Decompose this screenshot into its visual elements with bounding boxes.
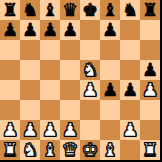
square-g7[interactable] [120,20,140,40]
square-d4[interactable] [60,80,80,100]
piece-white-pawn[interactable]: ♟ [82,80,98,100]
square-b5[interactable] [20,60,40,80]
piece-black-bishop[interactable]: ♝ [102,0,118,20]
square-f1[interactable]: ♝ [100,140,120,160]
square-e4[interactable]: ♟ [80,80,100,100]
square-d6[interactable] [60,40,80,60]
square-a4[interactable] [0,80,20,100]
square-h1[interactable]: ♜ [140,140,160,160]
square-c7[interactable]: ♟ [40,20,60,40]
square-g1[interactable] [120,140,140,160]
piece-black-pawn[interactable]: ♟ [142,60,158,80]
piece-white-pawn[interactable]: ♟ [62,120,78,140]
square-c2[interactable]: ♟ [40,120,60,140]
square-f6[interactable] [100,40,120,60]
square-h5[interactable]: ♟ [140,60,160,80]
square-h7[interactable] [140,20,160,40]
square-f8[interactable]: ♝ [100,0,120,20]
piece-black-pawn[interactable]: ♟ [102,20,118,40]
square-h2[interactable] [140,120,160,140]
square-a6[interactable] [0,40,20,60]
square-h8[interactable]: ♜ [140,0,160,20]
square-a3[interactable] [0,100,20,120]
square-d7[interactable]: ♟ [60,20,80,40]
square-a7[interactable]: ♟ [0,20,20,40]
piece-black-knight[interactable]: ♞ [122,0,138,20]
piece-white-pawn[interactable]: ♟ [142,80,158,100]
square-h6[interactable] [140,40,160,60]
piece-white-pawn[interactable]: ♟ [22,120,38,140]
piece-white-bishop[interactable]: ♝ [42,140,58,160]
piece-white-king[interactable]: ♚ [82,140,98,160]
square-g3[interactable] [120,100,140,120]
piece-white-knight[interactable]: ♞ [82,60,98,80]
square-e5[interactable]: ♞ [80,60,100,80]
square-a5[interactable] [0,60,20,80]
square-c4[interactable] [40,80,60,100]
square-d3[interactable] [60,100,80,120]
square-f3[interactable] [100,100,120,120]
piece-black-pawn[interactable]: ♟ [102,80,118,100]
square-h4[interactable]: ♟ [140,80,160,100]
piece-black-pawn[interactable]: ♟ [122,80,138,100]
piece-white-pawn[interactable]: ♟ [122,120,138,140]
piece-white-knight[interactable]: ♞ [22,140,38,160]
piece-black-pawn[interactable]: ♟ [62,20,78,40]
piece-white-pawn[interactable]: ♟ [42,120,58,140]
square-b1[interactable]: ♞ [20,140,40,160]
piece-black-rook[interactable]: ♜ [2,0,18,20]
square-b6[interactable] [20,40,40,60]
square-g2[interactable]: ♟ [120,120,140,140]
square-c6[interactable] [40,40,60,60]
square-c5[interactable] [40,60,60,80]
square-e1[interactable]: ♚ [80,140,100,160]
square-a2[interactable]: ♟ [0,120,20,140]
square-e2[interactable] [80,120,100,140]
square-g4[interactable]: ♟ [120,80,140,100]
square-f7[interactable]: ♟ [100,20,120,40]
piece-black-pawn[interactable]: ♟ [22,20,38,40]
piece-white-queen[interactable]: ♛ [62,140,78,160]
square-e7[interactable] [80,20,100,40]
square-g5[interactable] [120,60,140,80]
square-b2[interactable]: ♟ [20,120,40,140]
square-a8[interactable]: ♜ [0,0,20,20]
square-f5[interactable] [100,60,120,80]
piece-black-king[interactable]: ♚ [82,0,98,20]
square-d2[interactable]: ♟ [60,120,80,140]
square-f4[interactable]: ♟ [100,80,120,100]
piece-black-queen[interactable]: ♛ [62,0,78,20]
square-g6[interactable] [120,40,140,60]
square-d5[interactable] [60,60,80,80]
piece-white-pawn[interactable]: ♟ [2,120,18,140]
square-h3[interactable] [140,100,160,120]
square-b4[interactable] [20,80,40,100]
square-c8[interactable]: ♝ [40,0,60,20]
square-c1[interactable]: ♝ [40,140,60,160]
square-b3[interactable] [20,100,40,120]
piece-black-pawn[interactable]: ♟ [2,20,18,40]
square-g8[interactable]: ♞ [120,0,140,20]
piece-white-rook[interactable]: ♜ [2,140,18,160]
piece-black-knight[interactable]: ♞ [22,0,38,20]
square-d1[interactable]: ♛ [60,140,80,160]
square-c3[interactable] [40,100,60,120]
square-f2[interactable] [100,120,120,140]
square-e8[interactable]: ♚ [80,0,100,20]
chess-board: ♜♞♝♛♚♝♞♜♟♟♟♟♟♞♟♟♟♟♟♟♟♟♟♟♜♞♝♛♚♝♜ [0,0,162,162]
piece-white-bishop[interactable]: ♝ [102,140,118,160]
square-b8[interactable]: ♞ [20,0,40,20]
square-d8[interactable]: ♛ [60,0,80,20]
piece-black-bishop[interactable]: ♝ [42,0,58,20]
piece-black-pawn[interactable]: ♟ [42,20,58,40]
square-e6[interactable] [80,40,100,60]
square-a1[interactable]: ♜ [0,140,20,160]
piece-white-rook[interactable]: ♜ [142,140,158,160]
piece-black-rook[interactable]: ♜ [142,0,158,20]
square-e3[interactable] [80,100,100,120]
square-b7[interactable]: ♟ [20,20,40,40]
